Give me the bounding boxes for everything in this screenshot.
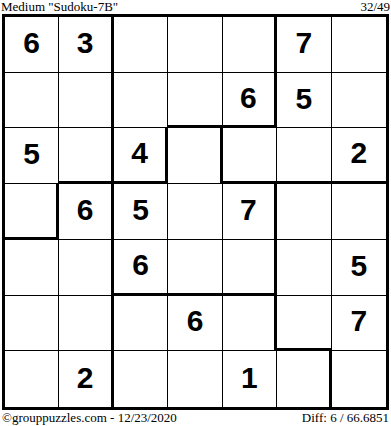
cell-r5c2[interactable] xyxy=(59,240,113,296)
cell-r2c5[interactable]: 6 xyxy=(223,73,277,129)
cell-r2c3[interactable] xyxy=(114,73,168,129)
cell-r3c2[interactable] xyxy=(59,128,113,184)
cell-r2c2[interactable] xyxy=(59,73,113,129)
header: Medium "Sudoku-7B" 32/49 xyxy=(1,0,390,14)
cell-r1c4[interactable] xyxy=(168,17,222,73)
cell-r4c6[interactable] xyxy=(277,184,331,240)
given-digit: 7 xyxy=(240,193,257,227)
given-digit: 6 xyxy=(77,193,94,227)
given-digit: 7 xyxy=(350,304,367,338)
given-digit: 6 xyxy=(240,81,257,115)
cell-r3c6[interactable] xyxy=(277,128,331,184)
cell-r1c2[interactable]: 3 xyxy=(59,17,113,73)
cell-r1c7[interactable] xyxy=(332,17,386,73)
given-digit: 5 xyxy=(296,82,313,116)
cell-r6c7[interactable]: 7 xyxy=(332,296,386,352)
cell-r3c3[interactable]: 4 xyxy=(114,128,168,184)
cell-r5c7[interactable]: 5 xyxy=(332,240,386,296)
difficulty-text: Diff: 6 / 66.6851 xyxy=(302,411,389,424)
cell-r6c5[interactable] xyxy=(223,296,277,352)
cell-r2c6[interactable]: 5 xyxy=(277,73,331,129)
cell-r1c3[interactable] xyxy=(114,17,168,73)
given-digit: 6 xyxy=(187,304,204,338)
cell-r6c3[interactable] xyxy=(114,296,168,352)
cell-r3c5[interactable] xyxy=(223,128,277,184)
cell-r7c4[interactable] xyxy=(168,351,222,407)
cell-r5c5[interactable] xyxy=(223,240,277,296)
given-digit: 5 xyxy=(132,193,149,227)
puzzle-counter: 32/49 xyxy=(360,0,390,13)
cell-r2c1[interactable] xyxy=(5,73,59,129)
cell-r6c1[interactable] xyxy=(5,296,59,352)
cell-r3c4[interactable] xyxy=(168,128,222,184)
cell-r5c4[interactable] xyxy=(168,240,222,296)
cell-r7c7[interactable] xyxy=(332,351,386,407)
given-digit: 5 xyxy=(350,249,367,283)
cell-r5c6[interactable] xyxy=(277,240,331,296)
cell-r7c2[interactable]: 2 xyxy=(59,351,113,407)
cell-r7c1[interactable] xyxy=(5,351,59,407)
cell-r7c6[interactable] xyxy=(277,351,331,407)
sudoku-board: 63765542657656721 xyxy=(2,14,389,410)
cell-r1c1[interactable]: 6 xyxy=(5,17,59,73)
cell-r3c1[interactable]: 5 xyxy=(5,128,59,184)
cell-r7c3[interactable] xyxy=(114,351,168,407)
given-digit: 5 xyxy=(23,137,40,171)
cell-r3c7[interactable]: 2 xyxy=(332,128,386,184)
cell-r4c4[interactable] xyxy=(168,184,222,240)
cell-r2c7[interactable] xyxy=(332,73,386,129)
cell-r4c5[interactable]: 7 xyxy=(223,184,277,240)
cell-r1c6[interactable]: 7 xyxy=(277,17,331,73)
given-digit: 2 xyxy=(77,361,94,395)
cell-r6c6[interactable] xyxy=(277,296,331,352)
cell-r7c5[interactable]: 1 xyxy=(223,351,277,407)
puzzle-title: Medium "Sudoku-7B" xyxy=(1,0,118,13)
given-digit: 2 xyxy=(350,136,367,170)
cell-r6c4[interactable]: 6 xyxy=(168,296,222,352)
given-digit: 6 xyxy=(132,248,149,282)
given-digit: 6 xyxy=(23,26,40,60)
cell-r5c3[interactable]: 6 xyxy=(114,240,168,296)
given-digit: 4 xyxy=(131,136,148,170)
given-digit: 1 xyxy=(241,361,258,395)
cell-r4c7[interactable] xyxy=(332,184,386,240)
given-digit: 3 xyxy=(77,26,94,60)
cell-r1c5[interactable] xyxy=(223,17,277,73)
cell-r6c2[interactable] xyxy=(59,296,113,352)
copyright-text: ©grouppuzzles.com - 12/23/2020 xyxy=(2,411,177,424)
given-digit: 7 xyxy=(296,26,313,60)
footer: ©grouppuzzles.com - 12/23/2020 Diff: 6 /… xyxy=(2,411,389,426)
cell-r2c4[interactable] xyxy=(168,73,222,129)
cell-r4c3[interactable]: 5 xyxy=(114,184,168,240)
cell-r5c1[interactable] xyxy=(5,240,59,296)
cell-r4c2[interactable]: 6 xyxy=(59,184,113,240)
cell-r4c1[interactable] xyxy=(5,184,59,240)
